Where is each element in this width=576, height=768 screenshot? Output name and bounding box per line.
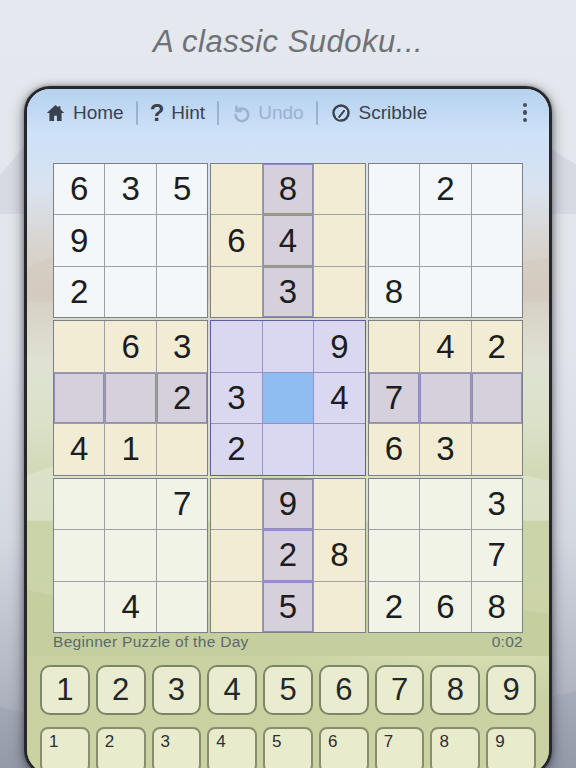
playfield: 635928643286324193424276374928537268 Beg… [27,136,549,656]
timer: 0:02 [492,633,523,651]
cell-r1c3[interactable]: 5 [157,164,207,214]
number-panel: 123456789 123456789 [27,656,549,768]
cell-r1c2[interactable]: 3 [105,164,155,214]
home-button[interactable]: Home [45,102,124,124]
scribble-button[interactable]: Scribble [330,102,428,124]
cell-r2c4[interactable]: 6 [211,215,261,265]
cell-r6c9[interactable] [472,424,522,474]
cell-r1c5[interactable]: 8 [263,164,313,214]
home-icon [45,103,66,123]
cell-r7c3[interactable]: 7 [157,479,207,529]
cell-r3c4[interactable] [211,267,261,317]
cell-r7c8[interactable] [420,479,470,529]
cell-r6c4[interactable]: 2 [211,424,261,474]
toolbar-divider [316,101,318,125]
cell-r1c7[interactable] [369,164,419,214]
cell-r5c7[interactable]: 7 [369,373,419,423]
cell-r2c5[interactable]: 4 [263,215,313,265]
box-9: 37268 [368,478,523,633]
overflow-menu-icon[interactable] [519,99,532,127]
box-7: 74 [53,478,208,633]
cell-r5c8[interactable] [420,373,470,423]
cell-r8c7[interactable] [369,530,419,580]
undo-icon [231,103,251,123]
cell-r8c8[interactable] [420,530,470,580]
cell-r6c8[interactable]: 3 [420,424,470,474]
cell-r3c7[interactable]: 8 [369,267,419,317]
hint-button[interactable]: ? Hint [150,101,205,125]
home-label: Home [73,102,124,124]
undo-button[interactable]: Undo [231,102,303,124]
cell-r1c1[interactable]: 6 [54,164,104,214]
scribble-button-6[interactable]: 6 [319,727,369,768]
cell-r4c9[interactable]: 2 [472,321,522,371]
sudoku-grid: 635928643286324193424276374928537268 [53,163,523,633]
number-button-1[interactable]: 1 [40,665,90,715]
cell-r9c7[interactable]: 2 [369,582,419,632]
cell-r2c1[interactable]: 9 [54,215,104,265]
cell-r9c4[interactable] [211,582,261,632]
page-title: A classic Sudoku... [0,24,576,60]
cell-r4c5[interactable] [263,321,313,371]
toolbar-divider [217,101,219,125]
scribble-button-9[interactable]: 9 [486,727,536,768]
cell-r2c9[interactable] [472,215,522,265]
cell-r9c1[interactable] [54,582,104,632]
undo-label: Undo [258,102,303,124]
cell-r4c6[interactable]: 9 [314,321,364,371]
cell-r9c8[interactable]: 6 [420,582,470,632]
box-5: 9342 [210,320,365,475]
hint-label: Hint [171,102,205,124]
cell-r2c2[interactable] [105,215,155,265]
number-button-3[interactable]: 3 [152,665,202,715]
cell-r6c3[interactable] [157,424,207,474]
cell-r9c2[interactable]: 4 [105,582,155,632]
cell-r5c1[interactable] [54,373,104,423]
scribble-button-7[interactable]: 7 [375,727,425,768]
cell-r2c8[interactable] [420,215,470,265]
puzzle-name: Beginner Puzzle of the Day [53,633,249,651]
cell-r3c8[interactable] [420,267,470,317]
cell-r1c9[interactable] [472,164,522,214]
hint-icon: ? [150,101,165,125]
box-3: 28 [368,163,523,318]
cell-r6c2[interactable]: 1 [105,424,155,474]
cell-r6c6[interactable] [314,424,364,474]
cell-r7c5[interactable]: 9 [263,479,313,529]
cell-r9c3[interactable] [157,582,207,632]
cell-r3c5[interactable]: 3 [263,267,313,317]
cell-r8c5[interactable]: 2 [263,530,313,580]
cell-r1c8[interactable]: 2 [420,164,470,214]
cell-r2c3[interactable] [157,215,207,265]
box-6: 42763 [368,320,523,475]
cell-r9c5[interactable]: 5 [263,582,313,632]
cell-r1c4[interactable] [211,164,261,214]
scribble-button-8[interactable]: 8 [430,727,480,768]
scribble-pen-icon [330,102,352,124]
number-button-2[interactable]: 2 [96,665,146,715]
cell-r6c5[interactable] [263,424,313,474]
number-button-8[interactable]: 8 [430,665,480,715]
cell-r8c2[interactable] [105,530,155,580]
number-button-5[interactable]: 5 [263,665,313,715]
cell-r8c1[interactable] [54,530,104,580]
cell-r6c7[interactable]: 6 [369,424,419,474]
cell-r8c6[interactable]: 8 [314,530,364,580]
cell-r7c6[interactable] [314,479,364,529]
cell-r7c4[interactable] [211,479,261,529]
cell-r1c6[interactable] [314,164,364,214]
cell-r8c4[interactable] [211,530,261,580]
cell-r5c2[interactable] [105,373,155,423]
cell-r4c8[interactable]: 4 [420,321,470,371]
scribble-button-5[interactable]: 5 [263,727,313,768]
cell-r5c4[interactable]: 3 [211,373,261,423]
toolbar-divider [136,101,138,125]
scribble-button-1[interactable]: 1 [40,727,90,768]
game-card: Home ? Hint Undo [24,86,552,768]
status-bar: Beginner Puzzle of the Day 0:02 [53,633,523,651]
box-1: 63592 [53,163,208,318]
cell-r3c9[interactable] [472,267,522,317]
cell-r5c9[interactable] [472,373,522,423]
box-8: 9285 [210,478,365,633]
cell-r4c1[interactable] [54,321,104,371]
cell-r9c9[interactable]: 8 [472,582,522,632]
cell-r4c7[interactable] [369,321,419,371]
cell-r7c2[interactable] [105,479,155,529]
scribble-button-3[interactable]: 3 [152,727,202,768]
cell-r2c7[interactable] [369,215,419,265]
box-4: 63241 [53,320,208,475]
cell-r3c1[interactable]: 2 [54,267,104,317]
cell-r9c6[interactable] [314,582,364,632]
number-button-9[interactable]: 9 [486,665,536,715]
toolbar: Home ? Hint Undo [27,89,549,136]
number-button-6[interactable]: 6 [319,665,369,715]
cell-r7c9[interactable]: 3 [472,479,522,529]
number-button-4[interactable]: 4 [207,665,257,715]
cell-r5c6[interactable]: 4 [314,373,364,423]
number-button-row: 123456789 [40,665,536,715]
cell-r4c2[interactable]: 6 [105,321,155,371]
cell-r2c6[interactable] [314,215,364,265]
cell-r7c1[interactable] [54,479,104,529]
scribble-label: Scribble [359,102,428,124]
cell-r5c3[interactable]: 2 [157,373,207,423]
cell-r4c4[interactable] [211,321,261,371]
cell-r6c1[interactable]: 4 [54,424,104,474]
cell-r7c7[interactable] [369,479,419,529]
scribble-button-row: 123456789 [40,727,536,768]
cell-r8c9[interactable]: 7 [472,530,522,580]
cell-r3c6[interactable] [314,267,364,317]
cell-r3c2[interactable] [105,267,155,317]
cell-r4c3[interactable]: 3 [157,321,207,371]
scribble-button-4[interactable]: 4 [207,727,257,768]
cell-r3c3[interactable] [157,267,207,317]
cell-r5c5[interactable] [263,373,313,423]
cell-r8c3[interactable] [157,530,207,580]
box-2: 8643 [210,163,365,318]
scribble-button-2[interactable]: 2 [96,727,146,768]
number-button-7[interactable]: 7 [375,665,425,715]
